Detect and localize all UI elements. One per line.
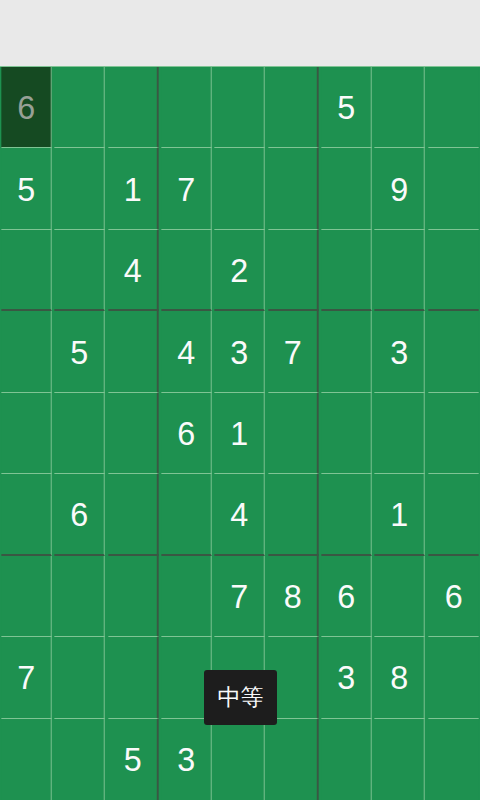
cell-r9c9[interactable] <box>428 719 479 800</box>
cell-r2c5[interactable] <box>215 148 266 229</box>
cell-r9c3[interactable]: 5 <box>108 719 159 800</box>
cell-r3c1[interactable] <box>1 230 52 311</box>
cell-r2c3[interactable]: 1 <box>108 148 159 229</box>
cell-r6c6[interactable] <box>268 474 319 555</box>
cell-r8c1[interactable]: 7 <box>1 637 52 718</box>
cell-r7c7[interactable]: 6 <box>321 556 372 637</box>
cell-r4c3[interactable] <box>108 311 159 392</box>
cell-r4c4[interactable]: 4 <box>161 311 212 392</box>
cell-r9c8[interactable] <box>375 719 426 800</box>
cell-r9c7[interactable] <box>321 719 372 800</box>
cell-r5c2[interactable] <box>55 393 106 474</box>
cell-r3c5[interactable]: 2 <box>215 230 266 311</box>
cell-r1c4[interactable] <box>161 67 212 148</box>
toast-difficulty-label: 中等 <box>218 682 264 713</box>
cell-r1c8[interactable] <box>375 67 426 148</box>
cell-r7c6[interactable]: 8 <box>268 556 319 637</box>
cell-r1c3[interactable] <box>108 67 159 148</box>
cell-r7c5[interactable]: 7 <box>215 556 266 637</box>
toast-difficulty: 中等 <box>204 670 277 725</box>
cell-r7c4[interactable] <box>161 556 212 637</box>
cell-r8c9[interactable] <box>428 637 479 718</box>
cell-r7c3[interactable] <box>108 556 159 637</box>
cell-r7c2[interactable] <box>55 556 106 637</box>
cell-r3c6[interactable] <box>268 230 319 311</box>
cell-r5c8[interactable] <box>375 393 426 474</box>
cell-r3c8[interactable] <box>375 230 426 311</box>
cell-r6c9[interactable] <box>428 474 479 555</box>
cell-r5c1[interactable] <box>1 393 52 474</box>
cell-r4c9[interactable] <box>428 311 479 392</box>
cell-r5c4[interactable]: 6 <box>161 393 212 474</box>
cell-r9c2[interactable] <box>55 719 106 800</box>
cell-r1c5[interactable] <box>215 67 266 148</box>
cell-r1c6[interactable] <box>268 67 319 148</box>
cell-r1c9[interactable] <box>428 67 479 148</box>
cell-r4c6[interactable]: 7 <box>268 311 319 392</box>
cell-r2c4[interactable]: 7 <box>161 148 212 229</box>
cell-r7c9[interactable]: 6 <box>428 556 479 637</box>
cell-r6c5[interactable]: 4 <box>215 474 266 555</box>
cell-r4c1[interactable] <box>1 311 52 392</box>
cell-r5c9[interactable] <box>428 393 479 474</box>
cell-r9c4[interactable]: 3 <box>161 719 212 800</box>
cell-r8c3[interactable] <box>108 637 159 718</box>
cell-r2c6[interactable] <box>268 148 319 229</box>
cell-r2c8[interactable]: 9 <box>375 148 426 229</box>
cell-r3c2[interactable] <box>55 230 106 311</box>
cell-r7c8[interactable] <box>375 556 426 637</box>
cell-r6c3[interactable] <box>108 474 159 555</box>
cell-r3c9[interactable] <box>428 230 479 311</box>
cell-r4c8[interactable]: 3 <box>375 311 426 392</box>
cell-r1c7[interactable]: 5 <box>321 67 372 148</box>
cell-r9c6[interactable] <box>268 719 319 800</box>
cell-r2c7[interactable] <box>321 148 372 229</box>
cell-r2c1[interactable]: 5 <box>1 148 52 229</box>
cell-r7c1[interactable] <box>1 556 52 637</box>
cell-r2c9[interactable] <box>428 148 479 229</box>
cell-r6c8[interactable]: 1 <box>375 474 426 555</box>
app-screen: 655179425437361641786673853 中等 <box>0 0 480 800</box>
cell-r3c3[interactable]: 4 <box>108 230 159 311</box>
cell-r4c5[interactable]: 3 <box>215 311 266 392</box>
cell-r8c2[interactable] <box>55 637 106 718</box>
cell-r6c1[interactable] <box>1 474 52 555</box>
cell-r3c4[interactable] <box>161 230 212 311</box>
cell-r3c7[interactable] <box>321 230 372 311</box>
cell-r5c5[interactable]: 1 <box>215 393 266 474</box>
cell-r6c4[interactable] <box>161 474 212 555</box>
cell-r8c8[interactable]: 8 <box>375 637 426 718</box>
cell-r4c2[interactable]: 5 <box>55 311 106 392</box>
cell-r6c2[interactable]: 6 <box>55 474 106 555</box>
cell-r1c1[interactable]: 6 <box>1 67 52 148</box>
cell-r9c1[interactable] <box>1 719 52 800</box>
cell-r1c2[interactable] <box>55 67 106 148</box>
status-area <box>0 0 480 66</box>
cell-r5c7[interactable] <box>321 393 372 474</box>
cell-r8c7[interactable]: 3 <box>321 637 372 718</box>
cell-r2c2[interactable] <box>55 148 106 229</box>
cell-r5c6[interactable] <box>268 393 319 474</box>
cell-r4c7[interactable] <box>321 311 372 392</box>
cell-r6c7[interactable] <box>321 474 372 555</box>
cell-r9c5[interactable] <box>215 719 266 800</box>
cell-r5c3[interactable] <box>108 393 159 474</box>
